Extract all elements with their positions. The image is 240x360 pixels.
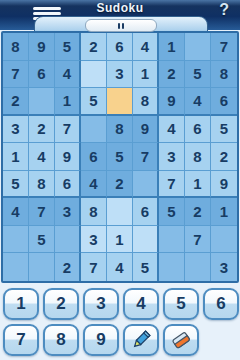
pause-tab: [34, 16, 208, 31]
cell-r3c8[interactable]: 4: [185, 88, 211, 116]
cell-r8c1[interactable]: [3, 226, 29, 254]
cell-r5c9[interactable]: 2: [211, 143, 237, 171]
cell-r9c8[interactable]: [185, 253, 211, 281]
eraser-button[interactable]: [163, 324, 199, 356]
cell-r1c2[interactable]: 9: [29, 33, 55, 61]
cell-r8c4[interactable]: 3: [81, 226, 107, 254]
cell-r8c2[interactable]: 5: [29, 226, 55, 254]
cell-r4c4[interactable]: [81, 116, 107, 144]
cell-r6c2[interactable]: 8: [29, 171, 55, 199]
cell-r1c4[interactable]: 2: [81, 33, 107, 61]
cell-r8c3[interactable]: [55, 226, 81, 254]
cell-r1c9[interactable]: 7: [211, 33, 237, 61]
cell-r5c3[interactable]: 9: [55, 143, 81, 171]
cell-r3c4[interactable]: 5: [81, 88, 107, 116]
cell-r5c5[interactable]: 5: [107, 143, 133, 171]
cell-r7c6[interactable]: 6: [133, 198, 159, 226]
cell-r2c3[interactable]: 4: [55, 61, 81, 89]
digit-9-button[interactable]: 9: [83, 324, 119, 356]
cell-r2c7[interactable]: 2: [159, 61, 185, 89]
eraser-icon: [169, 328, 193, 352]
cell-r4c7[interactable]: 4: [159, 116, 185, 144]
cell-r4c8[interactable]: 6: [185, 116, 211, 144]
cell-r2c2[interactable]: 6: [29, 61, 55, 89]
digit-3-button[interactable]: 3: [83, 288, 119, 320]
cell-r3c1[interactable]: 2: [3, 88, 29, 116]
help-button[interactable]: ?: [219, 1, 229, 19]
cell-r8c8[interactable]: 7: [185, 226, 211, 254]
cell-r3c5[interactable]: [107, 88, 133, 116]
cell-r9c1[interactable]: [3, 253, 29, 281]
digit-6-button[interactable]: 6: [203, 288, 239, 320]
cell-r9c2[interactable]: [29, 253, 55, 281]
digit-2-button[interactable]: 2: [43, 288, 79, 320]
cell-r9c4[interactable]: 7: [81, 253, 107, 281]
cell-r3c6[interactable]: 8: [133, 88, 159, 116]
cell-r6c8[interactable]: 1: [185, 171, 211, 199]
cell-r2c9[interactable]: 8: [211, 61, 237, 89]
pause-icon: [118, 23, 120, 29]
cell-r6c4[interactable]: 4: [81, 171, 107, 199]
cell-r7c4[interactable]: 8: [81, 198, 107, 226]
page-title: Sudoku: [0, 1, 240, 15]
cell-r3c3[interactable]: 1: [55, 88, 81, 116]
cell-r5c7[interactable]: 3: [159, 143, 185, 171]
cell-r2c6[interactable]: 1: [133, 61, 159, 89]
keypad-row-1: 123456: [0, 288, 240, 320]
cell-r1c3[interactable]: 5: [55, 33, 81, 61]
cell-r3c2[interactable]: [29, 88, 55, 116]
pause-button[interactable]: [85, 19, 157, 32]
cell-r5c2[interactable]: 4: [29, 143, 55, 171]
cell-r5c1[interactable]: 1: [3, 143, 29, 171]
cell-r9c7[interactable]: [159, 253, 185, 281]
cell-r8c9[interactable]: [211, 226, 237, 254]
cell-r8c7[interactable]: [159, 226, 185, 254]
cell-r1c1[interactable]: 8: [3, 33, 29, 61]
cell-r7c3[interactable]: 3: [55, 198, 81, 226]
cell-r6c9[interactable]: 9: [211, 171, 237, 199]
cell-r8c5[interactable]: 1: [107, 226, 133, 254]
cell-r1c6[interactable]: 4: [133, 33, 159, 61]
cell-r4c9[interactable]: 5: [211, 116, 237, 144]
pencil-icon: [129, 328, 153, 352]
digit-5-button[interactable]: 5: [163, 288, 199, 320]
cell-r6c6[interactable]: [133, 171, 159, 199]
pause-icon: [122, 23, 124, 29]
cell-r6c5[interactable]: 2: [107, 171, 133, 199]
cell-r9c5[interactable]: 4: [107, 253, 133, 281]
cell-r3c9[interactable]: 6: [211, 88, 237, 116]
cell-r7c1[interactable]: 4: [3, 198, 29, 226]
cell-r9c9[interactable]: 3: [211, 253, 237, 281]
cell-r2c8[interactable]: 5: [185, 61, 211, 89]
cell-r4c5[interactable]: 8: [107, 116, 133, 144]
cell-r6c1[interactable]: 5: [3, 171, 29, 199]
cell-r7c5[interactable]: [107, 198, 133, 226]
title-bar: Sudoku ?: [0, 0, 240, 30]
pencil-button[interactable]: [123, 324, 159, 356]
sudoku-board: 8952641776431258215894632789465149657382…: [1, 31, 239, 283]
cell-r3c7[interactable]: 9: [159, 88, 185, 116]
cell-r5c4[interactable]: 6: [81, 143, 107, 171]
digit-1-button[interactable]: 1: [3, 288, 39, 320]
cell-r1c7[interactable]: 1: [159, 33, 185, 61]
cell-r7c2[interactable]: 7: [29, 198, 55, 226]
cell-r2c4[interactable]: [81, 61, 107, 89]
cell-r4c6[interactable]: 9: [133, 116, 159, 144]
cell-r7c9[interactable]: 1: [211, 198, 237, 226]
cell-r2c5[interactable]: 3: [107, 61, 133, 89]
cell-r5c6[interactable]: 7: [133, 143, 159, 171]
cell-r9c3[interactable]: 2: [55, 253, 81, 281]
cell-r7c7[interactable]: 5: [159, 198, 185, 226]
cell-r7c8[interactable]: 2: [185, 198, 211, 226]
keypad-row-2: 789: [0, 324, 240, 356]
cell-r8c6[interactable]: [133, 226, 159, 254]
cell-r4c1[interactable]: 3: [3, 116, 29, 144]
digit-8-button[interactable]: 8: [43, 324, 79, 356]
cell-r4c3[interactable]: 7: [55, 116, 81, 144]
cell-r9c6[interactable]: 5: [133, 253, 159, 281]
cell-r4c2[interactable]: 2: [29, 116, 55, 144]
cell-r1c8[interactable]: [185, 33, 211, 61]
cell-r1c5[interactable]: 6: [107, 33, 133, 61]
cell-r6c3[interactable]: 6: [55, 171, 81, 199]
cell-r5c8[interactable]: 8: [185, 143, 211, 171]
cell-r2c1[interactable]: 7: [3, 61, 29, 89]
digit-4-button[interactable]: 4: [123, 288, 159, 320]
cell-r6c7[interactable]: 7: [159, 171, 185, 199]
digit-7-button[interactable]: 7: [3, 324, 39, 356]
